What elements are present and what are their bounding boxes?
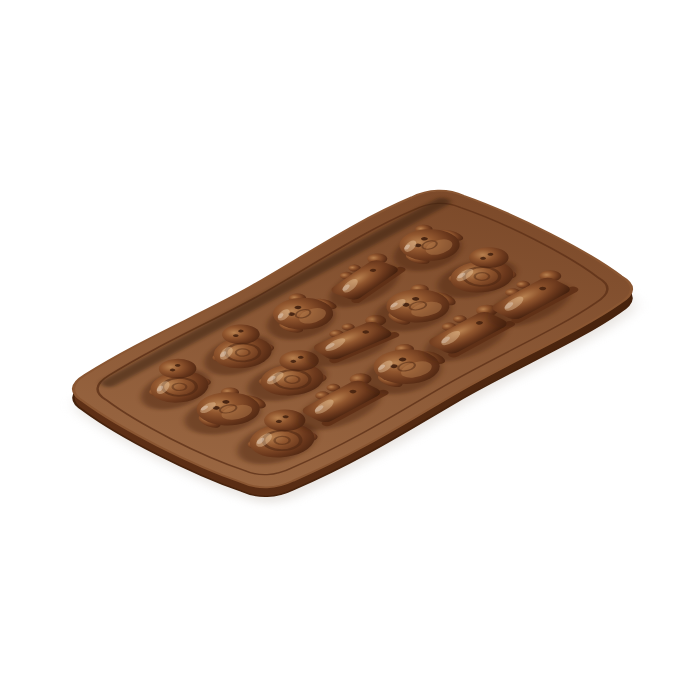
chocolate-mould-scene [0, 0, 700, 700]
product-photo [0, 0, 700, 700]
